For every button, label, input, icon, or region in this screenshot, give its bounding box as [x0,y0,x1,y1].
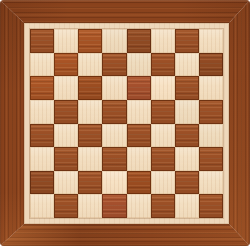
square-f5[interactable] [151,100,175,124]
square-c5[interactable] [78,100,102,124]
square-d2[interactable] [102,171,126,195]
square-a1[interactable] [30,194,54,218]
square-f8[interactable] [151,29,175,53]
square-d7[interactable] [102,53,126,77]
square-g6[interactable] [175,76,199,100]
square-a6[interactable] [30,76,54,100]
square-e3[interactable] [127,147,151,171]
chessboard-photo [0,0,250,246]
square-h3[interactable] [199,147,223,171]
square-b7[interactable] [54,53,78,77]
square-b8[interactable] [54,29,78,53]
square-b3[interactable] [54,147,78,171]
square-c6[interactable] [78,76,102,100]
square-g3[interactable] [175,147,199,171]
board-frame-bottom [0,224,250,246]
square-e1[interactable] [127,194,151,218]
square-h8[interactable] [199,29,223,53]
square-g1[interactable] [175,194,199,218]
board-grid [30,29,223,218]
square-b1[interactable] [54,194,78,218]
square-f3[interactable] [151,147,175,171]
square-e2[interactable] [127,171,151,195]
square-b2[interactable] [54,171,78,195]
square-c2[interactable] [78,171,102,195]
square-h2[interactable] [199,171,223,195]
square-e8[interactable] [127,29,151,53]
square-f6[interactable] [151,76,175,100]
square-d8[interactable] [102,29,126,53]
square-g2[interactable] [175,171,199,195]
square-h5[interactable] [199,100,223,124]
square-e7[interactable] [127,53,151,77]
square-e6[interactable] [127,76,151,100]
square-f4[interactable] [151,124,175,148]
square-a8[interactable] [30,29,54,53]
square-h6[interactable] [199,76,223,100]
square-e4[interactable] [127,124,151,148]
square-d5[interactable] [102,100,126,124]
square-f7[interactable] [151,53,175,77]
square-b5[interactable] [54,100,78,124]
square-b4[interactable] [54,124,78,148]
board-frame-top [0,0,250,23]
square-h1[interactable] [199,194,223,218]
square-c7[interactable] [78,53,102,77]
square-a2[interactable] [30,171,54,195]
square-f1[interactable] [151,194,175,218]
square-g4[interactable] [175,124,199,148]
square-g7[interactable] [175,53,199,77]
square-c3[interactable] [78,147,102,171]
square-d6[interactable] [102,76,126,100]
square-a7[interactable] [30,53,54,77]
square-h7[interactable] [199,53,223,77]
square-a5[interactable] [30,100,54,124]
square-a4[interactable] [30,124,54,148]
square-c1[interactable] [78,194,102,218]
square-d1[interactable] [102,194,126,218]
square-c4[interactable] [78,124,102,148]
square-e5[interactable] [127,100,151,124]
square-g8[interactable] [175,29,199,53]
square-h4[interactable] [199,124,223,148]
board-frame-right [229,0,250,246]
board-frame-left [0,0,24,246]
square-f2[interactable] [151,171,175,195]
square-d4[interactable] [102,124,126,148]
square-g5[interactable] [175,100,199,124]
square-c8[interactable] [78,29,102,53]
square-d3[interactable] [102,147,126,171]
square-b6[interactable] [54,76,78,100]
square-a3[interactable] [30,147,54,171]
